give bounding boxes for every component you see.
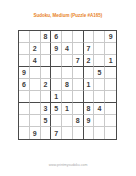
cell-r6c6 xyxy=(73,91,84,103)
cell-r9c5 xyxy=(62,127,73,139)
cell-r3c5 xyxy=(62,55,73,67)
cell-r5c6 xyxy=(73,79,84,91)
cell-r8c1 xyxy=(19,115,30,127)
cell-r8c7: 9 xyxy=(84,115,95,127)
cell-r1c1 xyxy=(19,31,30,43)
cell-r4c9 xyxy=(105,67,116,79)
cell-r1c4: 6 xyxy=(51,31,62,43)
cell-r1c6 xyxy=(73,31,84,43)
cell-r5c3: 2 xyxy=(41,79,52,91)
cell-r6c1 xyxy=(19,91,30,103)
cell-r7c3: 3 xyxy=(41,103,52,115)
cell-r1c9: 9 xyxy=(105,31,116,43)
cell-r3c9: 1 xyxy=(105,55,116,67)
cell-r8c6: 8 xyxy=(73,115,84,127)
cell-r9c6 xyxy=(73,127,84,139)
cell-r9c1 xyxy=(19,127,30,139)
cell-r2c6 xyxy=(73,43,84,55)
cell-r2c5: 4 xyxy=(62,43,73,55)
sudoku-board: 8692947472195628113518458997 xyxy=(18,30,117,140)
cell-r3c6: 7 xyxy=(73,55,84,67)
cell-r4c6 xyxy=(73,67,84,79)
page-title: Sudoku, Medium (Puzzle #A165) xyxy=(0,13,136,18)
cell-r7c9 xyxy=(105,103,116,115)
cell-r3c2: 4 xyxy=(30,55,41,67)
cell-r7c1 xyxy=(19,103,30,115)
cell-r8c3: 5 xyxy=(41,115,52,127)
cell-r6c9 xyxy=(105,91,116,103)
cell-r6c2 xyxy=(30,91,41,103)
cell-r7c4: 5 xyxy=(51,103,62,115)
cell-r9c3 xyxy=(41,127,52,139)
cell-r7c7: 8 xyxy=(84,103,95,115)
cell-r2c9 xyxy=(105,43,116,55)
cell-r6c8 xyxy=(94,91,105,103)
cell-r9c2: 9 xyxy=(30,127,41,139)
cell-r4c5 xyxy=(62,67,73,79)
cell-r2c3 xyxy=(41,43,52,55)
cell-r5c4 xyxy=(51,79,62,91)
cell-r5c7: 1 xyxy=(84,79,95,91)
cell-r2c7: 7 xyxy=(84,43,95,55)
cell-r4c4 xyxy=(51,67,62,79)
cell-r7c5: 1 xyxy=(62,103,73,115)
cell-r2c8 xyxy=(94,43,105,55)
cell-r6c3 xyxy=(41,91,52,103)
cell-r9c9 xyxy=(105,127,116,139)
cell-r4c2 xyxy=(30,67,41,79)
footer-url: www.printmysudoku.com xyxy=(0,163,136,167)
cell-r8c9 xyxy=(105,115,116,127)
cell-r4c7 xyxy=(84,67,95,79)
cell-r1c3: 8 xyxy=(41,31,52,43)
cell-r9c8 xyxy=(94,127,105,139)
cell-r3c8 xyxy=(94,55,105,67)
cell-r6c4: 1 xyxy=(51,91,62,103)
cell-r1c5 xyxy=(62,31,73,43)
cell-r2c2: 2 xyxy=(30,43,41,55)
cell-r4c3 xyxy=(41,67,52,79)
cell-r5c8 xyxy=(94,79,105,91)
cell-r6c7 xyxy=(84,91,95,103)
cell-r5c2 xyxy=(30,79,41,91)
cell-r5c9 xyxy=(105,79,116,91)
cell-r7c2 xyxy=(30,103,41,115)
cell-r2c4: 9 xyxy=(51,43,62,55)
cell-r8c4 xyxy=(51,115,62,127)
cell-r3c4 xyxy=(51,55,62,67)
cell-r1c7 xyxy=(84,31,95,43)
cell-r3c3 xyxy=(41,55,52,67)
cell-r3c7: 2 xyxy=(84,55,95,67)
cell-r5c5: 8 xyxy=(62,79,73,91)
cell-r9c7 xyxy=(84,127,95,139)
cell-r2c1 xyxy=(19,43,30,55)
cell-r3c1 xyxy=(19,55,30,67)
cell-r7c8: 4 xyxy=(94,103,105,115)
cell-r8c2 xyxy=(30,115,41,127)
sudoku-sheet: Sudoku, Medium (Puzzle #A165) 8692947472… xyxy=(0,0,136,176)
cell-r4c8: 5 xyxy=(94,67,105,79)
cell-r5c1: 6 xyxy=(19,79,30,91)
cell-r6c5 xyxy=(62,91,73,103)
cell-r4c1: 9 xyxy=(19,67,30,79)
cell-r1c8 xyxy=(94,31,105,43)
cell-r7c6 xyxy=(73,103,84,115)
cell-r9c4: 7 xyxy=(51,127,62,139)
cell-r8c5 xyxy=(62,115,73,127)
cell-r1c2 xyxy=(30,31,41,43)
cell-r8c8 xyxy=(94,115,105,127)
